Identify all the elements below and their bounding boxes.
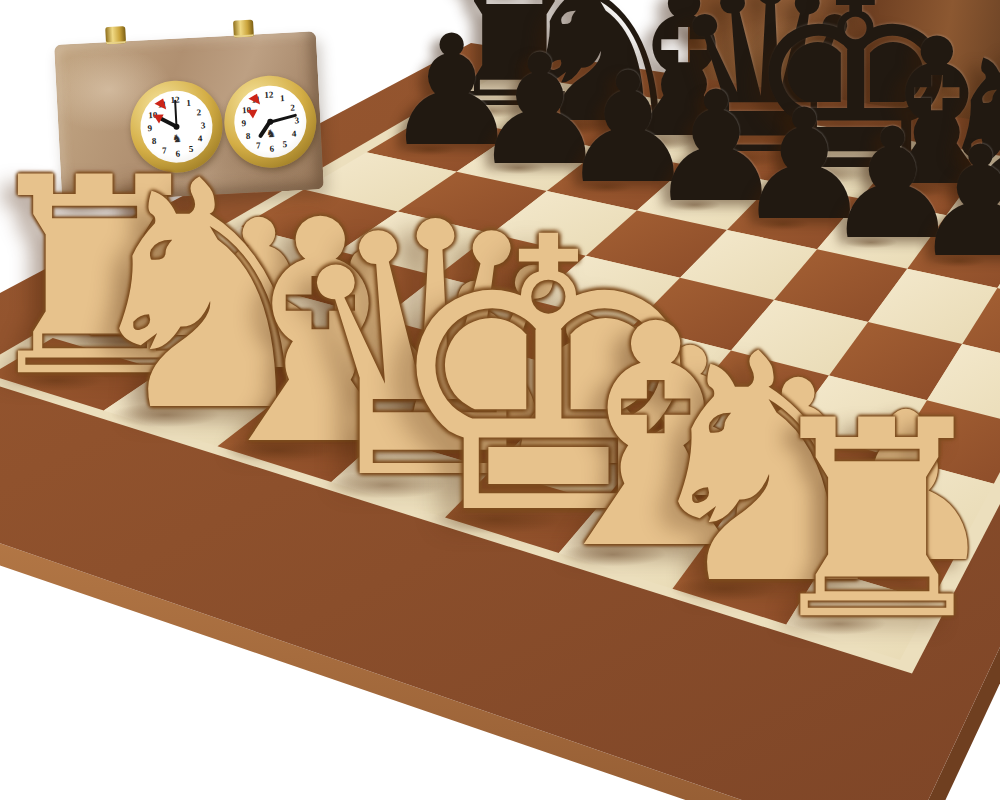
dial-numeral-right-12: 12: [264, 90, 274, 100]
dial-numeral-left-1: 1: [186, 98, 191, 108]
clock-button-right[interactable]: [233, 20, 254, 38]
scene: 121234567891011♞ 121234567891011♞ ♜♞♝♛♚♝…: [0, 0, 1000, 800]
dial-numeral-right-1: 1: [280, 93, 285, 103]
piece-white-rook-h1[interactable]: ♜: [755, 414, 964, 623]
piece-black-pawn-g7[interactable]: ♟: [912, 143, 1000, 261]
dial-numeral-right-2: 2: [290, 102, 295, 112]
clock-button-left[interactable]: [105, 26, 126, 44]
